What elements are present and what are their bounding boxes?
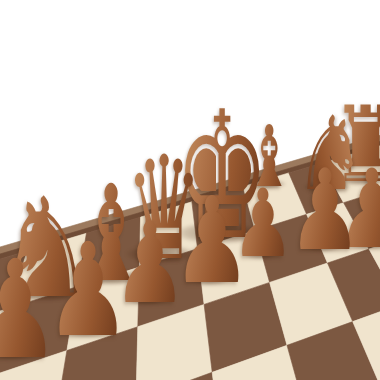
piece-pawn-g[interactable]: ♟ <box>288 154 362 266</box>
chess-set-photo: ♜♝♞♚♟♟♛♟♝♟♞♟♟♟ <box>0 0 380 380</box>
piece-pawn-b[interactable]: ♟ <box>0 242 60 378</box>
